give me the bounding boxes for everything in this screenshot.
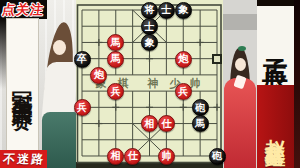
illustration-wall-band xyxy=(223,14,257,30)
xiangqi-board: 象棋神少帅 将士象士象卒砲馬砲馬馬炮炮兵兵兵相仕相仕帅 xyxy=(76,3,223,164)
piece-red-advisor[interactable]: 仕 xyxy=(124,148,141,165)
right-illustration xyxy=(223,0,257,168)
piece-black-elephant[interactable]: 象 xyxy=(175,2,192,19)
piece-red-advisor[interactable]: 仕 xyxy=(158,115,175,132)
banner-text: 冠军门票赛 xyxy=(12,75,33,95)
banner-strip: 冠军门票赛 xyxy=(6,18,39,152)
board-column: 象棋神少帅 将士象士象卒砲馬砲馬馬炮炮兵兵兵相仕相仕帅 xyxy=(76,0,223,168)
piece-red-soldier[interactable]: 兵 xyxy=(107,83,124,100)
piece-red-cannon[interactable]: 炮 xyxy=(175,51,192,68)
player-top-text: 孟辰 xyxy=(263,38,289,54)
right-panel: 孟辰 赵鑫鑫 xyxy=(223,0,300,168)
piece-red-elephant[interactable]: 相 xyxy=(107,148,124,165)
piece-black-advisor[interactable]: 士 xyxy=(141,18,158,35)
no-lost-text: 不迷路 xyxy=(2,151,46,168)
piece-black-soldier[interactable]: 卒 xyxy=(74,51,91,68)
piece-black-elephant[interactable]: 象 xyxy=(141,34,158,51)
illustration-dress xyxy=(224,78,256,168)
piece-red-soldier[interactable]: 兵 xyxy=(175,83,192,100)
illustration-face xyxy=(53,40,66,55)
piece-red-cannon[interactable]: 炮 xyxy=(90,67,107,84)
left-panel: 点关注 冠军门票赛 不迷路 xyxy=(0,0,76,168)
piece-red-horse[interactable]: 馬 xyxy=(107,34,124,51)
player-bottom-text: 赵鑫鑫 xyxy=(265,122,286,131)
piece-black-cannon[interactable]: 砲 xyxy=(209,148,226,165)
piece-red-horse[interactable]: 馬 xyxy=(107,51,124,68)
piece-red-soldier[interactable]: 兵 xyxy=(74,99,91,116)
illustration-skirt xyxy=(42,112,76,168)
no-lost-badge: 不迷路 xyxy=(0,150,47,168)
piece-layer: 将士象士象卒砲馬砲馬馬炮炮兵兵兵相仕相仕帅 xyxy=(74,2,226,164)
piece-black-general[interactable]: 将 xyxy=(141,2,158,19)
illustration-face xyxy=(235,58,246,71)
thumbnail: 点关注 冠军门票赛 不迷路 象棋神少帅 将士象士象卒砲馬砲馬馬炮炮兵兵兵相仕相仕… xyxy=(0,0,300,168)
piece-red-general[interactable]: 帅 xyxy=(158,148,175,165)
illustration-hair-ornament xyxy=(238,46,246,51)
follow-label: 点关注 xyxy=(1,1,48,19)
piece-black-advisor[interactable]: 士 xyxy=(158,2,175,19)
right-edge-shade xyxy=(294,0,300,168)
player-name-top: 孟辰 xyxy=(257,6,294,85)
piece-black-horse[interactable]: 馬 xyxy=(192,115,209,132)
piece-red-elephant[interactable]: 相 xyxy=(141,115,158,132)
piece-black-cannon[interactable]: 砲 xyxy=(192,99,209,116)
player-name-bottom: 赵鑫鑫 xyxy=(257,85,294,168)
